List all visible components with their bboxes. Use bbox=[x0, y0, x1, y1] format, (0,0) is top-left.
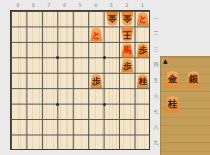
file-label: 9 bbox=[10, 1, 26, 9]
piece-gold-21[interactable]: 金 bbox=[121, 12, 134, 26]
rank-label: 九 bbox=[152, 135, 160, 151]
piece-tokin-11[interactable]: と bbox=[137, 12, 150, 26]
hand-piece-silver[interactable]: 銀 bbox=[186, 71, 201, 88]
piece-tokin-42[interactable]: と bbox=[90, 28, 103, 42]
rank-label: 四 bbox=[152, 57, 160, 73]
rank-label: 七 bbox=[152, 103, 160, 119]
file-label: 3 bbox=[103, 1, 119, 9]
hand-piece-gold[interactable]: 金 bbox=[165, 71, 180, 88]
star-point bbox=[56, 56, 59, 59]
piece-stand-sente: ▲ 金 銀 桂 bbox=[160, 56, 210, 155]
file-label: 1 bbox=[135, 1, 151, 9]
star-point bbox=[103, 56, 106, 59]
rank-label: 五 bbox=[152, 72, 160, 88]
piece-horse-23[interactable]: 馬 bbox=[121, 43, 134, 57]
piece-knight-15[interactable]: 桂 bbox=[137, 74, 150, 88]
file-label: 7 bbox=[41, 1, 57, 9]
file-coordinates: 9 8 7 6 5 4 3 2 1 bbox=[10, 1, 150, 9]
piece-pawn-45[interactable]: 歩 bbox=[90, 74, 103, 88]
rank-label: 八 bbox=[152, 119, 160, 135]
file-label: 2 bbox=[119, 1, 135, 9]
piece-gold-31[interactable]: 金 bbox=[106, 12, 119, 26]
rank-coordinates: 一 二 三 四 五 六 七 八 九 bbox=[152, 10, 160, 150]
file-label: 8 bbox=[26, 1, 42, 9]
rank-label: 二 bbox=[152, 26, 160, 42]
shogi-board[interactable]: 金 金 王 と と 馬 歩 歩 歩 桂 bbox=[10, 10, 150, 150]
rank-label: 三 bbox=[152, 41, 160, 57]
hand-piece-knight[interactable]: 桂 bbox=[165, 96, 180, 113]
file-label: 4 bbox=[88, 1, 104, 9]
sente-marker-icon: ▲ bbox=[163, 57, 168, 65]
file-label: 6 bbox=[57, 1, 73, 9]
star-point bbox=[103, 103, 106, 106]
star-point bbox=[56, 103, 59, 106]
piece-pawn-24[interactable]: 歩 bbox=[121, 59, 134, 73]
rank-label: 一 bbox=[152, 10, 160, 26]
file-label: 5 bbox=[72, 1, 88, 9]
piece-king-22[interactable]: 王 bbox=[121, 28, 134, 42]
shogi-app-screen: 9 8 7 6 5 4 3 2 1 一 二 三 四 五 六 七 八 九 金 金 … bbox=[0, 0, 210, 155]
piece-pawn-13[interactable]: 歩 bbox=[137, 43, 150, 57]
rank-label: 六 bbox=[152, 88, 160, 104]
